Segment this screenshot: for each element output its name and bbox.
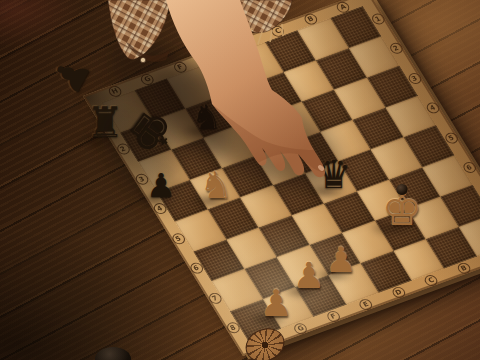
- chess-piece-black-queen[interactable]: ♛: [315, 155, 354, 194]
- chess-piece-black-knight[interactable]: ♞: [190, 100, 224, 134]
- chess-piece-black-pawn[interactable]: ♟: [145, 169, 178, 202]
- white-knight-glyph: ♞: [199, 167, 232, 204]
- white-pawn-glyph: ♟: [325, 243, 356, 278]
- chess-piece-white-pawn-f7[interactable]: ♟: [291, 258, 327, 294]
- chess-piece-white-pawn-g7[interactable]: ♟: [258, 285, 295, 322]
- white-pawn-glyph: ♟: [259, 285, 292, 322]
- black-queen-glyph: ♛: [317, 155, 352, 194]
- chess-piece-white-king[interactable]: ♚: [380, 187, 425, 232]
- black-knight-glyph: ♞: [192, 100, 222, 134]
- photo-scene: HGFEDCBA HGFEDCBA 12345678 12345678 ♜♚♞♟…: [0, 0, 480, 360]
- white-pawn-glyph: ♟: [293, 258, 325, 294]
- black-pawn-glyph: ♟: [146, 169, 176, 202]
- chess-piece-white-knight[interactable]: ♞: [198, 167, 235, 204]
- chess-piece-white-pawn-e7[interactable]: ♟: [324, 243, 359, 278]
- dark-ball-finial: [397, 184, 408, 195]
